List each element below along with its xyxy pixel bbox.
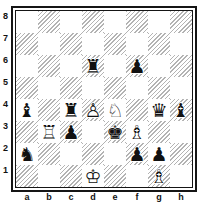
black-knight-glyph: ♞ [16,143,38,165]
white-bishop-outline: ♗ [126,121,148,143]
white-bishop-outline: ♗ [148,165,170,187]
square-a4: ♝ [16,99,38,121]
square-b1 [38,165,60,187]
square-f1 [126,165,148,187]
rank-label-6: 6 [0,55,11,77]
square-a6 [16,55,38,77]
square-c7 [60,33,82,55]
square-d2 [82,143,104,165]
square-h2 [170,143,192,165]
square-f5 [126,77,148,99]
square-e1 [104,165,126,187]
square-d1: ♚♔ [82,165,104,187]
board-grid: ♜♟♝♜♟♙♞♘♛♝♜♖♟♚♝♗♞♟♟♚♔♝♗ [16,11,192,187]
file-label-g: g [148,192,170,204]
square-f2: ♟ [126,143,148,165]
white-rook: ♜♖ [38,121,60,143]
rank-label-7: 7 [0,33,11,55]
square-b2 [38,143,60,165]
white-pawn: ♟♙ [82,99,104,121]
black-bishop-glyph: ♝ [170,99,192,121]
file-label-c: c [60,192,82,204]
square-a3 [16,121,38,143]
rank-labels: 87654321 [0,11,11,187]
square-f4 [126,99,148,121]
square-g1: ♝♗ [148,165,170,187]
square-h7 [170,33,192,55]
square-e5 [104,77,126,99]
file-label-b: b [38,192,60,204]
square-e8 [104,11,126,33]
rank-label-1: 1 [0,165,11,187]
black-pawn: ♟ [60,121,82,143]
square-g5 [148,77,170,99]
file-label-h: h [170,192,192,204]
square-f3: ♝♗ [126,121,148,143]
square-e3: ♚ [104,121,126,143]
black-rook: ♜ [60,99,82,121]
black-pawn-glyph: ♟ [126,143,148,165]
square-a7 [16,33,38,55]
black-rook-glyph: ♜ [82,55,104,77]
square-a5 [16,77,38,99]
file-label-f: f [126,192,148,204]
square-e6 [104,55,126,77]
black-pawn: ♟ [148,143,170,165]
chess-diagram: 87654321 ♜♟♝♜♟♙♞♘♛♝♜♖♟♚♝♗♞♟♟♚♔♝♗ abcdefg… [0,0,200,204]
black-pawn-glyph: ♟ [148,143,170,165]
white-king-outline: ♔ [82,165,104,187]
rank-label-5: 5 [0,77,11,99]
square-c8 [60,11,82,33]
square-c3: ♟ [60,121,82,143]
black-rook: ♜ [82,55,104,77]
black-king: ♚ [104,121,126,143]
square-h5 [170,77,192,99]
black-pawn-glyph: ♟ [60,121,82,143]
square-g3 [148,121,170,143]
square-b7 [38,33,60,55]
square-d3 [82,121,104,143]
square-b8 [38,11,60,33]
rank-label-3: 3 [0,121,11,143]
board-inner-border: ♜♟♝♜♟♙♞♘♛♝♜♖♟♚♝♗♞♟♟♚♔♝♗ [15,10,193,188]
square-h1 [170,165,192,187]
white-knight: ♞♘ [104,99,126,121]
file-label-a: a [16,192,38,204]
square-c2 [60,143,82,165]
square-c5 [60,77,82,99]
black-bishop-glyph: ♝ [16,99,38,121]
square-d5 [82,77,104,99]
white-king: ♚♔ [82,165,104,187]
square-g4: ♛ [148,99,170,121]
black-pawn: ♟ [126,55,148,77]
black-bishop: ♝ [170,99,192,121]
rank-label-4: 4 [0,99,11,121]
square-e7 [104,33,126,55]
rank-label-8: 8 [0,11,11,33]
square-b5 [38,77,60,99]
square-f7 [126,33,148,55]
square-f8 [126,11,148,33]
file-labels: abcdefgh [16,192,200,204]
square-a1 [16,165,38,187]
black-knight: ♞ [16,143,38,165]
white-pawn-outline: ♙ [82,99,104,121]
black-bishop: ♝ [16,99,38,121]
black-pawn: ♟ [126,143,148,165]
file-label-d: d [82,192,104,204]
black-pawn-glyph: ♟ [126,55,148,77]
square-c6 [60,55,82,77]
square-e4: ♞♘ [104,99,126,121]
square-h6 [170,55,192,77]
white-knight-outline: ♘ [104,99,126,121]
board-frame: ♜♟♝♜♟♙♞♘♛♝♜♖♟♚♝♗♞♟♟♚♔♝♗ [11,6,197,192]
square-e2 [104,143,126,165]
square-g8 [148,11,170,33]
square-g7 [148,33,170,55]
square-c4: ♜ [60,99,82,121]
white-bishop: ♝♗ [126,121,148,143]
board-area: 87654321 ♜♟♝♜♟♙♞♘♛♝♜♖♟♚♝♗♞♟♟♚♔♝♗ [0,0,200,192]
white-rook-outline: ♖ [38,121,60,143]
square-g2: ♟ [148,143,170,165]
square-b3: ♜♖ [38,121,60,143]
square-d8 [82,11,104,33]
square-a2: ♞ [16,143,38,165]
square-h8 [170,11,192,33]
file-label-e: e [104,192,126,204]
white-bishop: ♝♗ [148,165,170,187]
square-h4: ♝ [170,99,192,121]
rank-label-2: 2 [0,143,11,165]
square-d6: ♜ [82,55,104,77]
square-h3 [170,121,192,143]
square-g6 [148,55,170,77]
square-a8 [16,11,38,33]
square-f6: ♟ [126,55,148,77]
square-d4: ♟♙ [82,99,104,121]
square-d7 [82,33,104,55]
square-b6 [38,55,60,77]
black-queen: ♛ [148,99,170,121]
black-queen-glyph: ♛ [148,99,170,121]
black-king-glyph: ♚ [104,121,126,143]
square-c1 [60,165,82,187]
square-b4 [38,99,60,121]
black-rook-glyph: ♜ [60,99,82,121]
